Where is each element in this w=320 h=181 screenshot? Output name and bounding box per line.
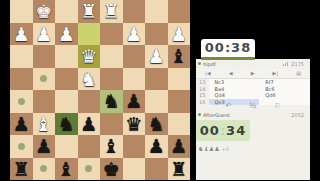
square-r6c6[interactable]: ♛ [123,113,146,136]
white-move[interactable]: Qd4 [209,92,260,99]
square-r1c2[interactable]: ♚ [33,0,56,23]
square-r3c5[interactable] [100,45,123,68]
black-knight-piece[interactable]: ♞ [145,113,168,136]
square-r7c6[interactable] [123,135,146,158]
square-r2c1[interactable]: ♟ [10,23,33,46]
takeback-button[interactable]: ↶ [226,101,232,111]
square-r4c4[interactable]: ♞ [78,68,101,91]
analysis-board-button[interactable]: ▤ [296,69,301,78]
black-pawn-piece[interactable]: ♟ [168,135,191,158]
square-r4c8[interactable] [168,68,191,91]
square-r2c3[interactable]: ♟ [55,23,78,46]
online-dot [198,62,201,65]
last-move-button[interactable]: ▶| [273,69,279,78]
square-r1c5[interactable]: ♜ [100,0,123,23]
square-r8c6[interactable] [123,158,146,181]
square-r8c7[interactable] [145,158,168,181]
white-rook-piece[interactable]: ♜ [100,0,123,23]
next-move-button[interactable]: ▶ [251,69,255,78]
square-r1c4[interactable]: ♜ [78,0,101,23]
player-name: AfterGuest [203,112,230,118]
white-king-piece[interactable]: ♚ [33,0,56,23]
move-dest-dot[interactable] [40,75,47,82]
square-r8c4[interactable] [78,158,101,181]
black-bishop-piece[interactable]: ♝ [100,135,123,158]
square-r5c3[interactable] [55,90,78,113]
square-r7c1[interactable] [10,135,33,158]
square-r7c2[interactable]: ♟ [33,135,56,158]
player-clock: 00:34 [196,120,250,141]
square-r1c3[interactable] [55,0,78,23]
square-r4c7[interactable] [145,68,168,91]
black-pawn-piece[interactable]: ♟ [10,113,33,136]
square-r7c3[interactable] [55,135,78,158]
white-queen-piece[interactable]: ♛ [78,45,101,68]
square-r5c8[interactable] [168,90,191,113]
square-r3c7[interactable]: ♟ [145,45,168,68]
square-r7c7[interactable]: ♟ [145,135,168,158]
square-r4c5[interactable] [100,68,123,91]
square-r6c5[interactable] [100,113,123,136]
square-r3c6[interactable] [123,45,146,68]
black-rook-piece[interactable]: ♜ [168,158,191,181]
white-rook-piece[interactable]: ♜ [78,0,101,23]
square-r2c7[interactable] [145,23,168,46]
prev-move-button[interactable]: ◀ [229,69,233,78]
white-knight-piece[interactable]: ♞ [78,68,101,91]
square-r4c6[interactable] [123,68,146,91]
square-r7c4[interactable] [78,135,101,158]
square-r5c6[interactable]: ♟ [123,90,146,113]
black-knight-piece[interactable]: ♞ [55,113,78,136]
square-r8c5[interactable]: ♚ [100,158,123,181]
white-pawn-piece[interactable]: ♟ [145,45,168,68]
square-r2c4[interactable] [78,23,101,46]
square-r6c8[interactable] [168,113,191,136]
black-pawn-piece[interactable]: ♟ [145,135,168,158]
square-r5c1[interactable] [10,90,33,113]
app-window: ♚♜♜♟♟♟♟♟♛♟♝♞♞♟♟♝♞♟♛♞♟♝♟♟♜♝♚♜ 00:38 hipdf… [0,0,320,180]
black-queen-piece[interactable]: ♛ [123,113,146,136]
square-r8c1[interactable]: ♜ [10,158,33,181]
square-r1c1[interactable] [10,0,33,23]
opponent-rating: 2175 [283,61,304,67]
square-r4c3[interactable] [55,68,78,91]
black-knight-piece[interactable]: ♞ [100,90,123,113]
square-r6c1[interactable]: ♟ [10,113,33,136]
square-r1c7[interactable] [145,0,168,23]
white-pawn-piece[interactable]: ♟ [168,23,191,46]
square-r8c3[interactable]: ♝ [55,158,78,181]
black-king-piece[interactable]: ♚ [100,158,123,181]
square-r6c4[interactable]: ♟ [78,113,101,136]
black-bishop-piece[interactable]: ♝ [168,45,191,68]
square-r3c1[interactable] [10,45,33,68]
black-pawn-piece[interactable]: ♟ [123,90,146,113]
opponent-name: hipdf [203,61,216,67]
replay-toolbar: |◀◀▶▶|▤ [196,69,310,79]
game-actions: ↶½⚐ [196,101,310,111]
square-r4c1[interactable] [10,68,33,91]
opponent-clock: 00:38 [201,39,255,60]
offer-draw-button[interactable]: ½ [249,101,256,111]
square-r3c3[interactable] [55,45,78,68]
player-rating: 2052 [291,112,304,118]
black-bishop-piece[interactable]: ♝ [55,158,78,181]
square-r5c2[interactable] [33,90,56,113]
captured-pieces: ♞♝♟♟ +8 [198,145,229,152]
black-pawn-piece[interactable]: ♟ [78,113,101,136]
signal-icon [283,61,289,67]
square-r3c4[interactable]: ♛ [78,45,101,68]
square-r1c8[interactable] [168,0,191,23]
online-dot [198,113,201,116]
material-diff: +8 [221,146,228,152]
first-move-button[interactable]: |◀ [205,69,211,78]
square-r8c8[interactable]: ♜ [168,158,191,181]
white-bishop-piece[interactable]: ♝ [33,113,56,136]
square-r1c6[interactable] [123,0,146,23]
black-pawn-piece[interactable]: ♟ [33,135,56,158]
move-dest-dot[interactable] [40,165,47,172]
square-r7c8[interactable]: ♟ [168,135,191,158]
square-r5c5[interactable]: ♞ [100,90,123,113]
square-r7c5[interactable]: ♝ [100,135,123,158]
square-r2c6[interactable]: ♟ [123,23,146,46]
square-r2c5[interactable] [100,23,123,46]
square-r5c4[interactable] [78,90,101,113]
square-r2c8[interactable]: ♟ [168,23,191,46]
clock-colon: : [220,123,226,138]
white-pawn-piece[interactable]: ♟ [123,23,146,46]
square-r6c2[interactable]: ♝ [33,113,56,136]
white-pawn-piece[interactable]: ♟ [10,23,33,46]
player-row[interactable]: AfterGuest 2052 [198,112,308,120]
square-r4c2[interactable] [33,68,56,91]
resign-button[interactable]: ⚐ [274,101,280,111]
square-r8c2[interactable] [33,158,56,181]
move-dest-dot[interactable] [85,165,92,172]
move-dest-dot[interactable] [18,98,25,105]
black-rook-piece[interactable]: ♜ [10,158,33,181]
move-dest-dot[interactable] [18,143,25,150]
square-r3c2[interactable] [33,45,56,68]
white-pawn-piece[interactable]: ♟ [55,23,78,46]
square-r6c3[interactable]: ♞ [55,113,78,136]
white-pawn-piece[interactable]: ♟ [33,23,56,46]
square-r5c7[interactable] [145,90,168,113]
opponent-row[interactable]: hipdf 2175 [198,61,308,69]
square-r2c2[interactable]: ♟ [33,23,56,46]
square-r3c8[interactable]: ♝ [168,45,191,68]
chess-board[interactable]: ♚♜♜♟♟♟♟♟♛♟♝♞♞♟♟♝♞♟♛♞♟♝♟♟♜♝♚♜ [10,0,190,180]
square-r6c7[interactable]: ♞ [145,113,168,136]
